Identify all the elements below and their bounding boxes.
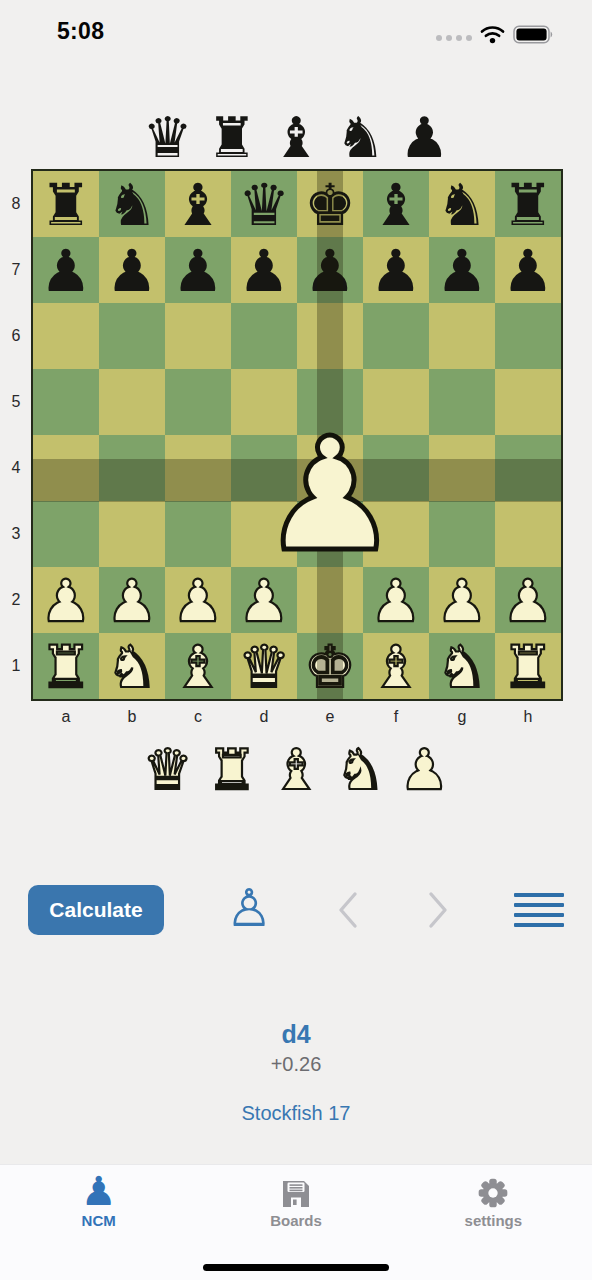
square-g3[interactable] — [429, 501, 495, 567]
piece-black-queen[interactable]: ♛ — [231, 171, 297, 237]
file-label-b: b — [99, 708, 165, 726]
controls-row: Calculate ♙ — [28, 884, 564, 936]
square-d6[interactable] — [231, 303, 297, 369]
piece-white-pawn[interactable]: ♟ — [429, 567, 495, 633]
square-b2[interactable]: ♟ — [99, 567, 165, 633]
piece-white-pawn[interactable]: ♟ — [99, 567, 165, 633]
square-c1[interactable]: ♝ — [165, 633, 231, 699]
tray-white-knight[interactable]: ♞ — [335, 742, 385, 798]
square-a3[interactable] — [33, 501, 99, 567]
square-c5[interactable] — [165, 369, 231, 435]
square-a2[interactable]: ♟ — [33, 567, 99, 633]
piece-black-rook[interactable]: ♜ — [495, 171, 561, 237]
file-labels: abcdefgh — [33, 708, 561, 726]
chess-board[interactable]: ♜♞♝♛♚♝♞♜♟♟♟♟♟♟♟♟♟♟♟♟♟♟♟♜♞♝♛♚♝♞♜ ♟ — [31, 169, 563, 701]
tab-boards[interactable]: Boards — [197, 1165, 394, 1280]
piece-black-bishop[interactable]: ♝ — [363, 171, 429, 237]
engine-link[interactable]: Stockfish 17 — [0, 1102, 592, 1125]
rank-label-4: 4 — [4, 435, 28, 501]
square-g8[interactable]: ♞ — [429, 171, 495, 237]
engine-result: d4 +0.26 Stockfish 17 — [0, 1020, 592, 1125]
piece-black-pawn[interactable]: ♟ — [33, 237, 99, 303]
tab-ncm-label: NCM — [82, 1212, 116, 1229]
square-f7[interactable]: ♟ — [363, 237, 429, 303]
rank-labels: 87654321 — [4, 171, 28, 699]
square-g1[interactable]: ♞ — [429, 633, 495, 699]
tray-white-queen[interactable]: ♛ — [142, 742, 192, 798]
piece-black-knight[interactable]: ♞ — [429, 171, 495, 237]
next-move-button[interactable] — [424, 889, 452, 931]
square-f1[interactable]: ♝ — [363, 633, 429, 699]
piece-black-pawn[interactable]: ♟ — [429, 237, 495, 303]
file-label-d: d — [231, 708, 297, 726]
piece-black-knight[interactable]: ♞ — [99, 171, 165, 237]
tab-ncm[interactable]: ♟ NCM — [0, 1165, 197, 1280]
rank-label-2: 2 — [4, 567, 28, 633]
square-c3[interactable] — [165, 501, 231, 567]
best-move-text: d4 — [0, 1020, 592, 1049]
piece-white-bishop[interactable]: ♝ — [363, 633, 429, 699]
piece-black-rook[interactable]: ♜ — [33, 171, 99, 237]
piece-white-queen[interactable]: ♛ — [231, 633, 297, 699]
tray-white-rook[interactable]: ♜ — [207, 742, 257, 798]
wifi-icon — [480, 25, 505, 44]
hamburger-menu-button[interactable] — [514, 887, 564, 933]
square-b1[interactable]: ♞ — [99, 633, 165, 699]
white-pieces-tray: ♛♜♝♞♟ — [0, 734, 592, 798]
square-b6[interactable] — [99, 303, 165, 369]
square-c8[interactable]: ♝ — [165, 171, 231, 237]
piece-black-pawn[interactable]: ♟ — [231, 237, 297, 303]
square-h1[interactable]: ♜ — [495, 633, 561, 699]
square-a8[interactable]: ♜ — [33, 171, 99, 237]
square-c6[interactable] — [165, 303, 231, 369]
file-label-h: h — [495, 708, 561, 726]
square-g5[interactable] — [429, 369, 495, 435]
tray-black-bishop[interactable]: ♝ — [271, 110, 321, 166]
piece-white-knight[interactable]: ♞ — [429, 633, 495, 699]
piece-black-pawn[interactable]: ♟ — [99, 237, 165, 303]
rank-label-8: 8 — [4, 171, 28, 237]
square-a5[interactable] — [33, 369, 99, 435]
square-b3[interactable] — [99, 501, 165, 567]
piece-black-pawn[interactable]: ♟ — [495, 237, 561, 303]
tab-settings-label: settings — [465, 1212, 523, 1229]
piece-black-pawn[interactable]: ♟ — [165, 237, 231, 303]
piece-white-rook[interactable]: ♜ — [33, 633, 99, 699]
side-to-move-pawn-icon[interactable]: ♙ — [226, 882, 273, 934]
rank-label-6: 6 — [4, 303, 28, 369]
gear-icon — [476, 1176, 510, 1210]
square-d1[interactable]: ♛ — [231, 633, 297, 699]
square-h8[interactable]: ♜ — [495, 171, 561, 237]
tray-black-queen[interactable]: ♛ — [142, 110, 192, 166]
square-h5[interactable] — [495, 369, 561, 435]
cellular-signal-icon — [436, 35, 472, 41]
rank-label-5: 5 — [4, 369, 28, 435]
square-a7[interactable]: ♟ — [33, 237, 99, 303]
square-a1[interactable]: ♜ — [33, 633, 99, 699]
calculate-button[interactable]: Calculate — [28, 885, 164, 935]
square-b8[interactable]: ♞ — [99, 171, 165, 237]
square-b5[interactable] — [99, 369, 165, 435]
piece-white-pawn[interactable]: ♟ — [33, 567, 99, 633]
app-screen: 5:08 ♛♜♝♞♟ 87654321 ♜♞♝♛♚♝♞♜♟♟♟♟♟♟♟♟♟♟♟♟… — [0, 0, 592, 1280]
square-d8[interactable]: ♛ — [231, 171, 297, 237]
file-label-e: e — [297, 708, 363, 726]
rank-label-1: 1 — [4, 633, 28, 699]
piece-white-rook[interactable]: ♜ — [495, 633, 561, 699]
tab-boards-label: Boards — [270, 1212, 322, 1229]
file-label-g: g — [429, 708, 495, 726]
dragged-white-pawn[interactable]: ♟ — [260, 417, 400, 573]
tray-black-knight[interactable]: ♞ — [335, 110, 385, 166]
square-b7[interactable]: ♟ — [99, 237, 165, 303]
evaluation-text: +0.26 — [0, 1053, 592, 1076]
tab-bar: ♟ NCM Boards — [0, 1164, 592, 1280]
square-h7[interactable]: ♟ — [495, 237, 561, 303]
square-h2[interactable]: ♟ — [495, 567, 561, 633]
status-time: 5:08 — [57, 18, 104, 45]
battery-icon — [513, 25, 554, 44]
pawn-icon: ♟ — [81, 1172, 117, 1210]
tray-white-pawn[interactable]: ♟ — [399, 742, 449, 798]
file-label-c: c — [165, 708, 231, 726]
file-label-a: a — [33, 708, 99, 726]
rank-label-7: 7 — [4, 237, 28, 303]
status-icons — [436, 24, 554, 44]
square-a6[interactable] — [33, 303, 99, 369]
piece-white-pawn[interactable]: ♟ — [495, 567, 561, 633]
square-f6[interactable] — [363, 303, 429, 369]
square-d7[interactable]: ♟ — [231, 237, 297, 303]
square-g7[interactable]: ♟ — [429, 237, 495, 303]
piece-black-pawn[interactable]: ♟ — [363, 237, 429, 303]
square-g2[interactable]: ♟ — [429, 567, 495, 633]
rank-label-3: 3 — [4, 501, 28, 567]
home-indicator[interactable] — [203, 1264, 389, 1271]
square-g6[interactable] — [429, 303, 495, 369]
piece-white-bishop[interactable]: ♝ — [165, 633, 231, 699]
floppy-disk-icon — [280, 1178, 312, 1210]
square-c2[interactable]: ♟ — [165, 567, 231, 633]
previous-move-button[interactable] — [334, 889, 362, 931]
piece-black-bishop[interactable]: ♝ — [165, 171, 231, 237]
piece-white-pawn[interactable]: ♟ — [165, 567, 231, 633]
black-pieces-tray: ♛♜♝♞♟ — [0, 102, 592, 166]
square-c7[interactable]: ♟ — [165, 237, 231, 303]
file-label-f: f — [363, 708, 429, 726]
tray-black-rook[interactable]: ♜ — [207, 110, 257, 166]
tab-settings[interactable]: settings — [395, 1165, 592, 1280]
piece-white-knight[interactable]: ♞ — [99, 633, 165, 699]
tray-white-bishop[interactable]: ♝ — [271, 742, 321, 798]
square-f8[interactable]: ♝ — [363, 171, 429, 237]
tray-black-pawn[interactable]: ♟ — [399, 110, 449, 166]
square-h3[interactable] — [495, 501, 561, 567]
square-h6[interactable] — [495, 303, 561, 369]
